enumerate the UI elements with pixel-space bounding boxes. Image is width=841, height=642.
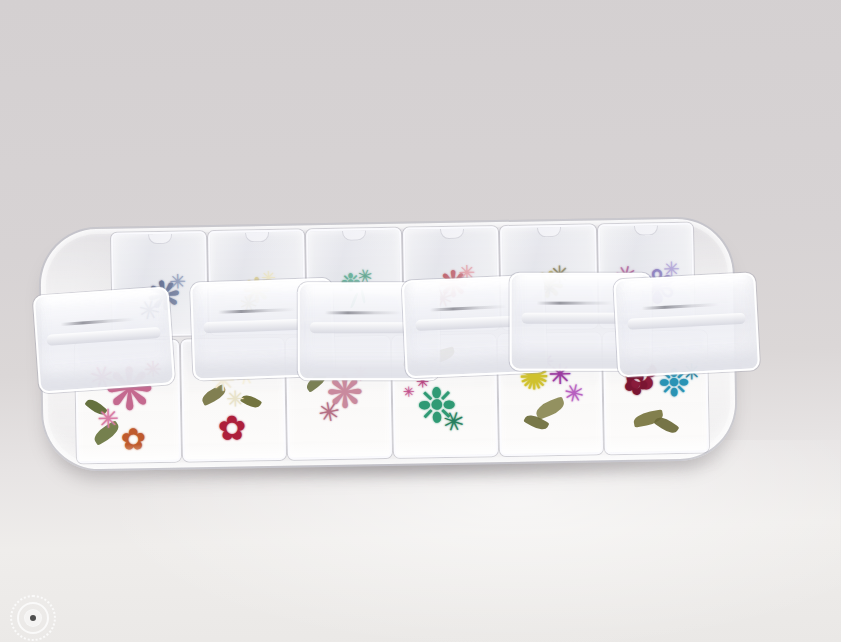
lace-flower-icon: ✳ [403, 385, 415, 399]
lace-flower-icon: ✳ [226, 389, 245, 411]
lace-flower-icon: ❉ [416, 381, 457, 430]
photo-background: ❋✳✳ ❋✳✳ ❉✳ ❋✳✳ ❋✳✳✳ ✾✳✳ ❋✳✳✳✿ ✳✳✳✿ ❋✳✳ ❉… [0, 0, 841, 642]
open-lid-6 [613, 272, 760, 377]
flower-storage-case: ❋✳✳ ❋✳✳ ❉✳ ❋✳✳ ❋✳✳✳ ✾✳✳ ❋✳✳✳✿ ✳✳✳✿ ❋✳✳ ❉… [38, 216, 738, 472]
orange-flower-icon: ✿ [121, 424, 147, 454]
leaf [633, 409, 665, 427]
watermark-center-dot [30, 615, 36, 621]
leaf [534, 396, 567, 420]
leaf [91, 420, 122, 446]
leaf [523, 412, 549, 433]
watermark-logo [10, 595, 56, 641]
leaf [240, 393, 262, 411]
lace-flower-icon: ✳ [439, 406, 468, 438]
open-lid-1 [33, 286, 176, 393]
leaf [654, 414, 680, 437]
red-mum-flower-icon: ✿ [217, 411, 246, 445]
lace-flower-icon: ✳ [169, 272, 186, 292]
leaf [84, 396, 107, 418]
lace-flower-icon: ✳ [562, 380, 587, 408]
leaf [199, 384, 228, 406]
lace-flower-icon: ✳ [316, 397, 342, 427]
lace-flower-icon: ✳ [97, 405, 119, 431]
